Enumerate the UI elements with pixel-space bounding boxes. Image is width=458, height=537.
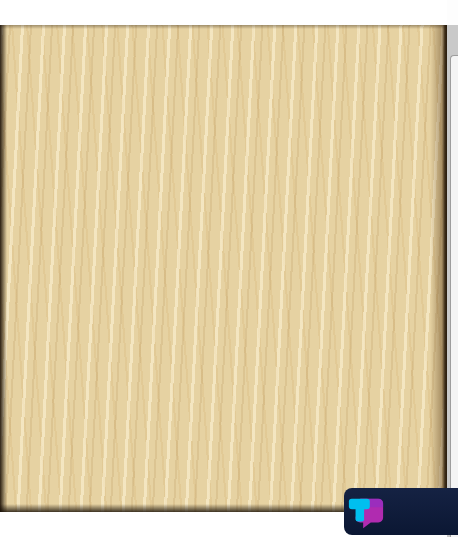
xiangqi-app-window	[0, 0, 458, 537]
tairda-logo-icon	[347, 493, 385, 531]
watermark	[344, 488, 458, 535]
board-surface[interactable]	[0, 25, 447, 512]
side-panel-cap	[447, 0, 458, 25]
board-edge-top	[0, 25, 447, 29]
board-edge-right	[430, 25, 447, 512]
board-grid	[0, 25, 447, 512]
side-panel-border	[450, 55, 458, 537]
board-edge-left	[0, 25, 7, 512]
top-coordinates	[0, 0, 447, 25]
side-panel-edge	[447, 0, 458, 537]
